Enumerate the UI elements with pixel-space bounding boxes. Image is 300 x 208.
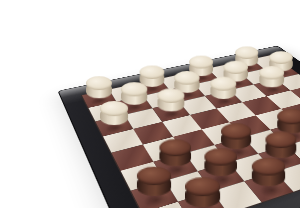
brown-piece: [185, 177, 220, 207]
piece-top: [159, 139, 191, 156]
piece-top: [210, 77, 236, 91]
scene: [87, 0, 300, 208]
brown-piece: [265, 131, 296, 158]
piece-top: [157, 88, 184, 103]
piece-top: [252, 158, 286, 176]
cream-piece: [157, 88, 184, 111]
piece-top: [204, 148, 237, 166]
brown-piece: [252, 158, 286, 187]
piece-top: [189, 56, 213, 69]
piece-top: [235, 46, 258, 58]
piece-top: [269, 51, 293, 64]
piece-top: [221, 123, 251, 139]
cream-piece: [210, 77, 236, 99]
piece-top: [140, 66, 165, 79]
piece-top: [265, 131, 296, 148]
piece-top: [100, 101, 128, 116]
board-grid: [81, 55, 300, 208]
piece-top: [224, 61, 249, 74]
brown-piece: [277, 109, 300, 134]
product-photo: [0, 0, 300, 208]
cream-piece: [100, 101, 128, 125]
piece-top: [137, 167, 171, 185]
brown-piece: [204, 148, 237, 176]
brown-piece: [159, 139, 191, 166]
board-frame: [58, 46, 300, 208]
piece-top: [174, 71, 199, 85]
piece-top: [259, 66, 284, 79]
cream-piece: [86, 76, 112, 98]
piece-top: [86, 76, 112, 90]
checkers-board: [58, 46, 300, 208]
piece-top: [185, 177, 220, 196]
brown-piece: [137, 167, 171, 196]
piece-top: [277, 109, 300, 125]
cream-piece: [259, 66, 284, 87]
piece-top: [121, 82, 148, 96]
brown-piece: [221, 123, 251, 149]
